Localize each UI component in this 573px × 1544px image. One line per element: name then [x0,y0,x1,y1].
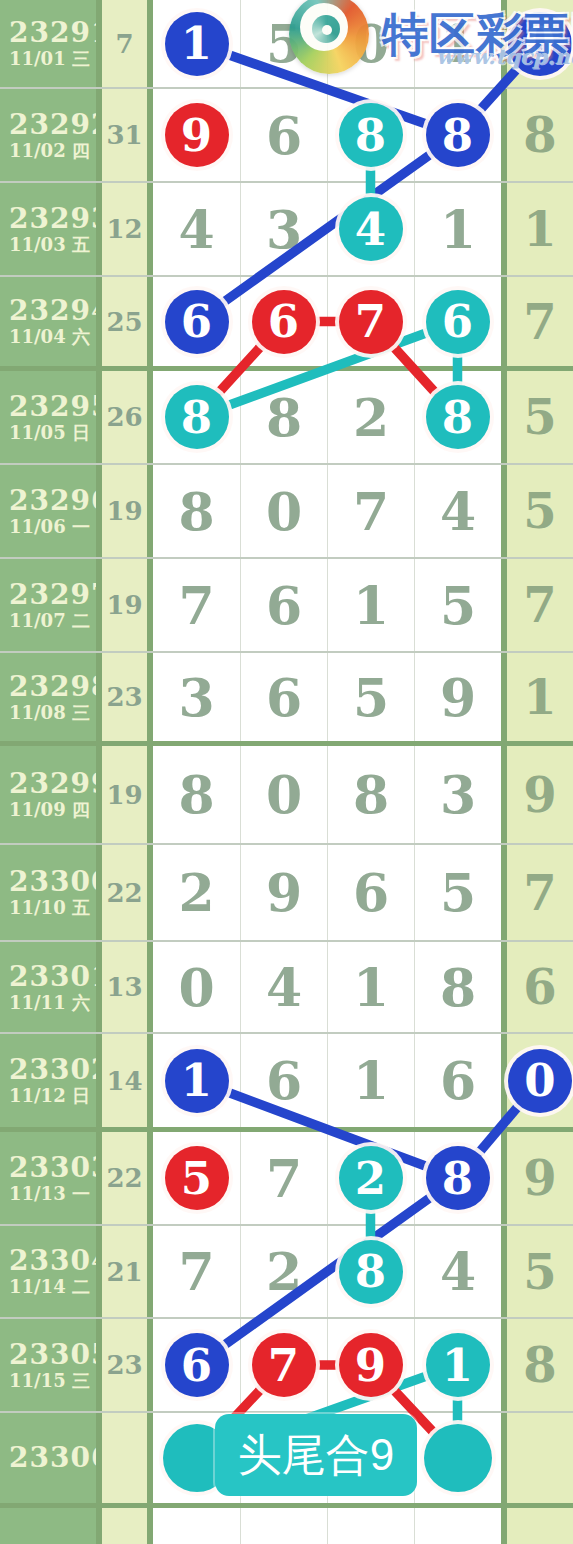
issue-date: 11/10 五 [9,899,90,917]
digit-cell: 6 [240,89,327,181]
tail-digit-cell: 7 [507,559,573,651]
table-row [0,1508,573,1544]
digit-cell: 4 [414,465,501,557]
digit-cell: 2 [327,371,414,463]
issue-date: 11/08 三 [9,704,90,722]
prediction-callout-text: 头尾合9 [238,1426,394,1485]
table-row: 2329911/09 四1980839 [0,746,573,843]
sum-cell: 25 [102,277,147,366]
digit-cell: 9 [240,845,327,940]
circle-mark-blue: 0 [508,12,572,76]
sum-cell [102,1508,147,1544]
tail-digit-cell: 8 [507,89,573,181]
sum-cell: 7 [102,0,147,87]
digit-cell: 6 [414,1034,501,1127]
digit-cell: 1 [327,942,414,1032]
circle-mark-blue: 1 [165,1049,229,1113]
sum-cell [102,1413,147,1503]
digit-cell: 7 [327,465,414,557]
table-row: 2329111/01 三7501 [0,0,573,87]
circle-mark-teal: 8 [426,385,490,449]
issue-cell: 2329111/01 三 [0,0,96,87]
issue-date: 11/07 二 [9,612,90,630]
digit-cell: 5 [327,653,414,741]
sum-cell: 21 [102,1226,147,1317]
circle-mark-red: 7 [339,290,403,354]
digit-cell [153,1508,240,1544]
circle-mark-red: 6 [252,290,316,354]
issue-date: 11/12 日 [9,1087,90,1105]
issue-cell: 2329311/03 五 [0,183,96,275]
circle-mark-blue: 8 [426,103,490,167]
digit-cell: 0 [240,465,327,557]
digit-cell: 7 [153,559,240,651]
tail-digit-cell: 7 [507,845,573,940]
digit-cell [414,1508,501,1544]
circle-mark-teal: 8 [339,1240,403,1304]
digit-cell: 3 [414,746,501,843]
tail-digit-cell [507,1413,573,1503]
issue-cell: 2330211/12 日 [0,1034,96,1127]
circle-mark-teal: 2 [339,1146,403,1210]
digit-cell: 4 [414,1226,501,1317]
issue-cell: 2329711/07 二 [0,559,96,651]
sum-cell: 26 [102,371,147,463]
issue-date: 11/09 四 [9,801,90,819]
digit-cell: 3 [153,653,240,741]
tail-digit-cell: 1 [507,183,573,275]
issue-date: 11/02 四 [9,142,90,160]
digit-cell: 6 [240,653,327,741]
circle-mark-red: 9 [339,1333,403,1397]
digit-cell: 5 [414,845,501,940]
sum-cell: 19 [102,465,147,557]
tail-digit-cell: 6 [507,942,573,1032]
digit-cell: 4 [240,942,327,1032]
circle-mark-teal [424,1424,492,1492]
issue-cell: 2329511/05 日 [0,371,96,463]
issue-date: 11/03 五 [9,236,90,254]
digit-cell: 8 [153,465,240,557]
sum-cell: 12 [102,183,147,275]
digit-cell: 8 [414,942,501,1032]
issue-cell: 2329211/02 四 [0,89,96,181]
circle-mark-teal: 4 [339,197,403,261]
circle-mark-blue: 6 [165,1333,229,1397]
sum-cell: 23 [102,1319,147,1411]
issue-cell: 2329611/06 一 [0,465,96,557]
digit-cell: 2 [153,845,240,940]
issue-date: 11/11 六 [9,994,90,1012]
issue-date: 11/13 一 [9,1185,90,1203]
issue-cell: 2329811/08 三 [0,653,96,741]
table-row: 2329611/06 一1980745 [0,465,573,557]
digit-cell [240,1508,327,1544]
issue-cell: 2330111/11 六 [0,942,96,1032]
tail-digit-cell: 5 [507,465,573,557]
issue-date: 11/01 三 [9,50,90,68]
prediction-callout: 头尾合9 [215,1414,417,1496]
digit-cell: 8 [153,746,240,843]
digit-cell: 7 [240,1132,327,1224]
circle-mark-blue: 0 [508,1049,572,1113]
circle-mark-red: 9 [165,103,229,167]
issue-cell [0,1508,96,1544]
digit-cell: 9 [414,653,501,741]
issue-date: 11/05 日 [9,424,90,442]
table-row: 2330011/10 五2229657 [0,845,573,940]
circle-mark-blue: 1 [165,12,229,76]
table-row: 2330111/11 六1304186 [0,942,573,1032]
tail-digit-cell [507,1508,573,1544]
digit-cell: 0 [153,942,240,1032]
digit-cell: 2 [240,1226,327,1317]
circle-mark-teal: 1 [426,1333,490,1397]
issue-cell: 2329411/04 六 [0,277,96,366]
issue-cell: 2330011/10 五 [0,845,96,940]
digit-cell: 6 [327,845,414,940]
issue-cell: 2330411/14 二 [0,1226,96,1317]
digit-cell: 5 [240,0,327,87]
table-row: 2330211/12 日14616 [0,1034,573,1127]
digit-cell [327,1508,414,1544]
circle-mark-teal: 6 [426,290,490,354]
lottery-trend-chart: 2329111/01 三75012329211/02 四31682329311/… [0,0,573,1544]
digit-cell: 1 [327,1034,414,1127]
sum-cell: 23 [102,653,147,741]
table-row: 2330411/14 二217245 [0,1226,573,1317]
issue-date: 11/14 二 [9,1278,90,1296]
issue-cell: 2330311/13 一 [0,1132,96,1224]
circle-mark-blue: 6 [165,290,229,354]
table-row: 2329711/07 二1976157 [0,559,573,651]
digit-cell: 7 [153,1226,240,1317]
digit-cell: 6 [240,1034,327,1127]
issue-date: 11/04 六 [9,328,90,346]
table-row: 2329311/03 五124311 [0,183,573,275]
sum-cell: 31 [102,89,147,181]
issue-cell: 2330511/15 三 [0,1319,96,1411]
circle-mark-teal: 8 [339,103,403,167]
digit-cell: 1 [414,0,501,87]
digit-cell: 4 [153,183,240,275]
digit-cell: 8 [327,746,414,843]
tail-digit-cell: 9 [507,1132,573,1224]
circle-mark-teal: 8 [165,385,229,449]
tail-digit-cell: 5 [507,371,573,463]
circle-mark-red: 7 [252,1333,316,1397]
digit-cell: 8 [240,371,327,463]
digit-cell: 3 [240,183,327,275]
tail-digit-cell: 7 [507,277,573,366]
digit-cell: 0 [240,746,327,843]
table-row: 2329811/08 三2336591 [0,653,573,741]
digit-cell: 5 [414,559,501,651]
trend-table: 2329111/01 三75012329211/02 四31682329311/… [0,0,573,1544]
circle-mark-red: 5 [165,1146,229,1210]
digit-cell: 1 [414,183,501,275]
digit-cell: 0 [327,0,414,87]
issue-cell: 2329911/09 四 [0,746,96,843]
sum-cell: 14 [102,1034,147,1127]
tail-digit-cell: 1 [507,653,573,741]
tail-digit-cell: 8 [507,1319,573,1411]
tail-digit-cell: 5 [507,1226,573,1317]
issue-date: 11/06 一 [9,518,90,536]
sum-cell: 19 [102,746,147,843]
digit-cell: 6 [240,559,327,651]
sum-cell: 22 [102,1132,147,1224]
sum-cell: 19 [102,559,147,651]
sum-cell: 13 [102,942,147,1032]
issue-date: 11/15 三 [9,1372,90,1390]
sum-cell: 22 [102,845,147,940]
tail-digit-cell: 9 [507,746,573,843]
circle-mark-blue: 8 [426,1146,490,1210]
digit-cell: 1 [327,559,414,651]
issue-cell: 23306 [0,1413,96,1503]
